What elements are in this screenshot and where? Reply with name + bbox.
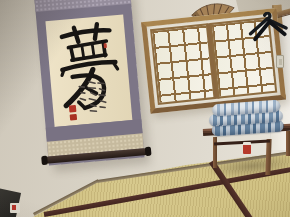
small-red-item — [12, 205, 16, 210]
roller-knob-right — [145, 147, 152, 156]
bench-stretcher — [214, 140, 270, 146]
roller-knob-left — [41, 156, 48, 165]
shoji-pane-left — [150, 23, 216, 105]
red-item-under-bench — [243, 142, 251, 154]
calligraphy-scroll — [34, 0, 144, 166]
bench-leg — [286, 131, 290, 156]
japanese-room-photo — [0, 0, 290, 217]
clothes-hangers — [244, 10, 289, 46]
artist-seal-upper — [69, 105, 77, 113]
futon-stack — [208, 99, 286, 136]
artist-signature — [65, 78, 112, 124]
scroll-paper — [45, 15, 132, 127]
relief-seal — [104, 43, 107, 48]
switch-rocker — [279, 59, 282, 65]
artist-seal-lower — [70, 114, 77, 121]
light-switch-plate — [276, 55, 284, 68]
